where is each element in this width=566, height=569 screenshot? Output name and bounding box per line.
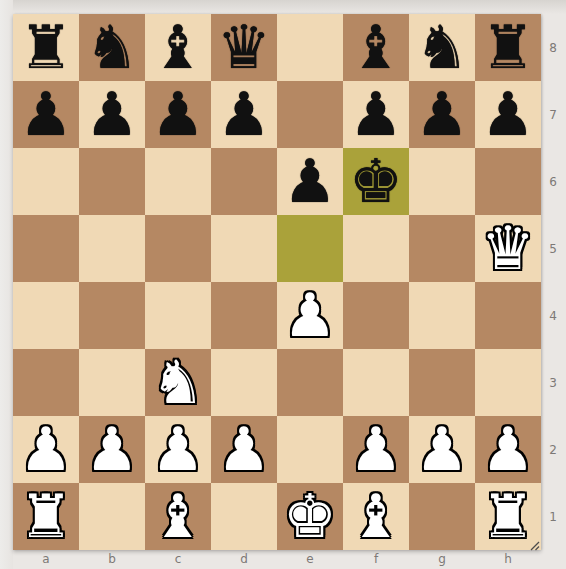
square-d7[interactable]: ♟ xyxy=(211,81,277,148)
rank-label-6: 6 xyxy=(541,148,565,215)
piece-black-king[interactable]: ♚ xyxy=(343,148,409,215)
square-e5[interactable] xyxy=(277,215,343,282)
rank-label-4: 4 xyxy=(541,282,565,349)
piece-black-pawn[interactable]: ♟ xyxy=(409,81,475,148)
square-a8[interactable]: ♜ xyxy=(13,14,79,81)
square-b6[interactable] xyxy=(79,148,145,215)
square-f2[interactable]: ♟ xyxy=(343,416,409,483)
square-h2[interactable]: ♟ xyxy=(475,416,541,483)
square-f4[interactable] xyxy=(343,282,409,349)
square-b7[interactable]: ♟ xyxy=(79,81,145,148)
square-d8[interactable]: ♛ xyxy=(211,14,277,81)
file-label-c: c xyxy=(145,550,211,568)
square-h8[interactable]: ♜ xyxy=(475,14,541,81)
square-g8[interactable]: ♞ xyxy=(409,14,475,81)
file-label-h: h xyxy=(475,550,541,568)
square-f1[interactable]: ♝ xyxy=(343,483,409,550)
square-h7[interactable]: ♟ xyxy=(475,81,541,148)
piece-black-bishop[interactable]: ♝ xyxy=(343,14,409,81)
rank-label-7: 7 xyxy=(541,81,565,148)
square-d4[interactable] xyxy=(211,282,277,349)
piece-black-pawn[interactable]: ♟ xyxy=(475,81,541,148)
square-e3[interactable] xyxy=(277,349,343,416)
rank-label-3: 3 xyxy=(541,349,565,416)
square-a6[interactable] xyxy=(13,148,79,215)
square-d1[interactable] xyxy=(211,483,277,550)
square-a7[interactable]: ♟ xyxy=(13,81,79,148)
rank-label-2: 2 xyxy=(541,416,565,483)
piece-white-rook[interactable]: ♜ xyxy=(13,483,79,550)
rank-label-5: 5 xyxy=(541,215,565,282)
square-a4[interactable] xyxy=(13,282,79,349)
piece-black-pawn[interactable]: ♟ xyxy=(277,148,343,215)
piece-white-pawn[interactable]: ♟ xyxy=(13,416,79,483)
square-b2[interactable]: ♟ xyxy=(79,416,145,483)
piece-black-knight[interactable]: ♞ xyxy=(409,14,475,81)
piece-white-bishop[interactable]: ♝ xyxy=(343,483,409,550)
square-f7[interactable]: ♟ xyxy=(343,81,409,148)
piece-white-knight[interactable]: ♞ xyxy=(145,349,211,416)
square-d5[interactable] xyxy=(211,215,277,282)
square-f8[interactable]: ♝ xyxy=(343,14,409,81)
square-h3[interactable] xyxy=(475,349,541,416)
square-a3[interactable] xyxy=(13,349,79,416)
square-g6[interactable] xyxy=(409,148,475,215)
square-g2[interactable]: ♟ xyxy=(409,416,475,483)
square-e1[interactable]: ♚ xyxy=(277,483,343,550)
rank-coordinates: 87654321 xyxy=(541,14,565,550)
square-e7[interactable] xyxy=(277,81,343,148)
square-b1[interactable] xyxy=(79,483,145,550)
square-d3[interactable] xyxy=(211,349,277,416)
piece-white-pawn[interactable]: ♟ xyxy=(277,282,343,349)
square-f5[interactable] xyxy=(343,215,409,282)
file-label-b: b xyxy=(79,550,145,568)
square-h4[interactable] xyxy=(475,282,541,349)
square-e8[interactable] xyxy=(277,14,343,81)
piece-black-rook[interactable]: ♜ xyxy=(475,14,541,81)
square-g4[interactable] xyxy=(409,282,475,349)
square-e6[interactable]: ♟ xyxy=(277,148,343,215)
square-d6[interactable] xyxy=(211,148,277,215)
square-c4[interactable] xyxy=(145,282,211,349)
chess-board: ♜♞♝♛♝♞♜♟♟♟♟♟♟♟♟♚♛♟♞♟♟♟♟♟♟♟♜♝♚♝♜ xyxy=(13,14,541,550)
square-b5[interactable] xyxy=(79,215,145,282)
rank-label-1: 1 xyxy=(541,483,565,550)
piece-white-pawn[interactable]: ♟ xyxy=(145,416,211,483)
piece-white-pawn[interactable]: ♟ xyxy=(79,416,145,483)
piece-white-pawn[interactable]: ♟ xyxy=(409,416,475,483)
file-label-f: f xyxy=(343,550,409,568)
square-f3[interactable] xyxy=(343,349,409,416)
square-g7[interactable]: ♟ xyxy=(409,81,475,148)
piece-black-queen[interactable]: ♛ xyxy=(211,14,277,81)
piece-white-pawn[interactable]: ♟ xyxy=(211,416,277,483)
piece-black-pawn[interactable]: ♟ xyxy=(211,81,277,148)
square-c6[interactable] xyxy=(145,148,211,215)
piece-black-knight[interactable]: ♞ xyxy=(79,14,145,81)
left-shade xyxy=(0,0,13,569)
piece-black-pawn[interactable]: ♟ xyxy=(79,81,145,148)
square-c8[interactable]: ♝ xyxy=(145,14,211,81)
square-a2[interactable]: ♟ xyxy=(13,416,79,483)
square-b3[interactable] xyxy=(79,349,145,416)
square-e2[interactable] xyxy=(277,416,343,483)
square-d2[interactable]: ♟ xyxy=(211,416,277,483)
square-c5[interactable] xyxy=(145,215,211,282)
file-label-d: d xyxy=(211,550,277,568)
square-f6[interactable]: ♚ xyxy=(343,148,409,215)
piece-white-pawn[interactable]: ♟ xyxy=(475,416,541,483)
square-e4[interactable]: ♟ xyxy=(277,282,343,349)
rank-label-8: 8 xyxy=(541,14,565,81)
square-c2[interactable]: ♟ xyxy=(145,416,211,483)
file-coordinates: abcdefgh xyxy=(13,550,541,568)
square-h5[interactable]: ♛ xyxy=(475,215,541,282)
square-c3[interactable]: ♞ xyxy=(145,349,211,416)
square-b8[interactable]: ♞ xyxy=(79,14,145,81)
square-c7[interactable]: ♟ xyxy=(145,81,211,148)
square-a1[interactable]: ♜ xyxy=(13,483,79,550)
square-b4[interactable] xyxy=(79,282,145,349)
piece-black-pawn[interactable]: ♟ xyxy=(343,81,409,148)
square-a5[interactable] xyxy=(13,215,79,282)
file-label-a: a xyxy=(13,550,79,568)
square-g1[interactable] xyxy=(409,483,475,550)
square-g5[interactable] xyxy=(409,215,475,282)
piece-black-pawn[interactable]: ♟ xyxy=(145,81,211,148)
piece-white-queen[interactable]: ♛ xyxy=(475,215,541,282)
square-c1[interactable]: ♝ xyxy=(145,483,211,550)
square-h6[interactable] xyxy=(475,148,541,215)
file-label-e: e xyxy=(277,550,343,568)
piece-white-bishop[interactable]: ♝ xyxy=(145,483,211,550)
piece-white-king[interactable]: ♚ xyxy=(277,483,343,550)
piece-black-rook[interactable]: ♜ xyxy=(13,14,79,81)
square-g3[interactable] xyxy=(409,349,475,416)
piece-white-pawn[interactable]: ♟ xyxy=(343,416,409,483)
piece-black-bishop[interactable]: ♝ xyxy=(145,14,211,81)
file-label-g: g xyxy=(409,550,475,568)
resize-handle-icon[interactable] xyxy=(528,537,541,550)
piece-black-pawn[interactable]: ♟ xyxy=(13,81,79,148)
